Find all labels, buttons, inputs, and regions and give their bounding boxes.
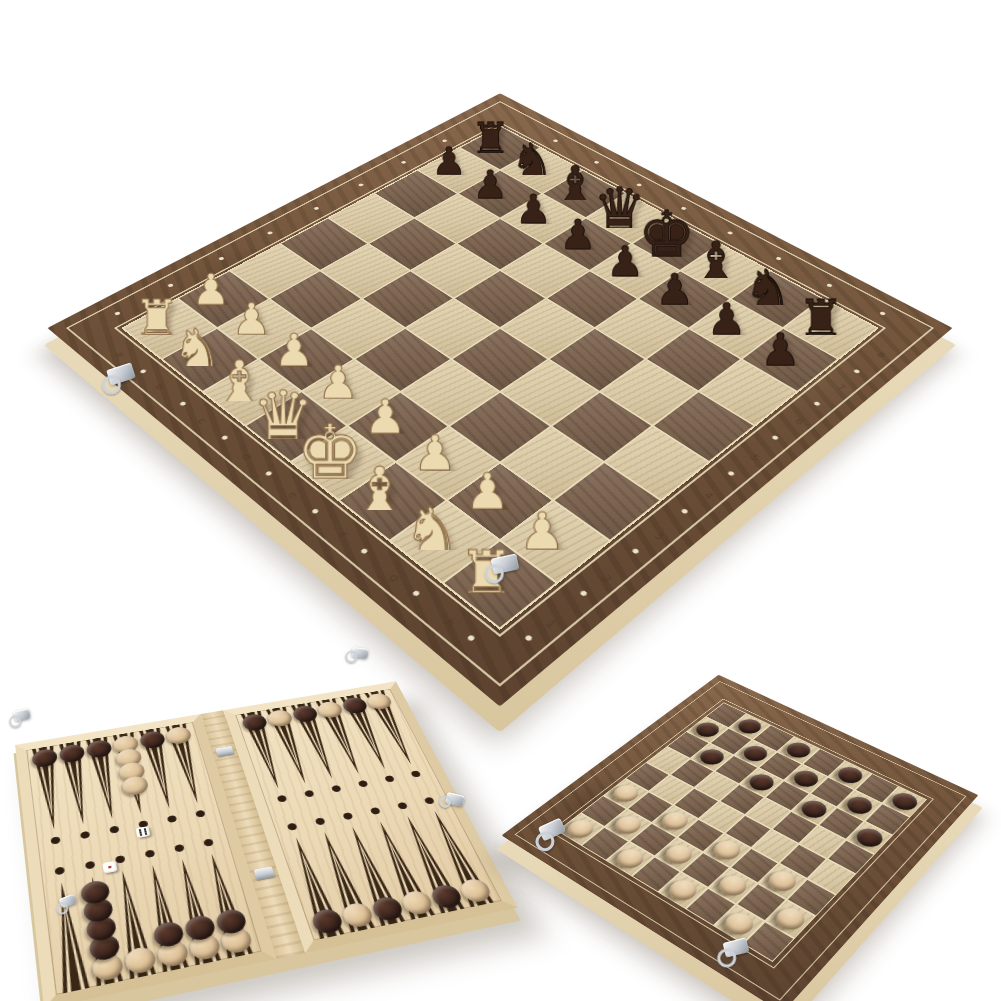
point-inlay-dot [384,775,395,783]
point-inlay-dot [370,807,381,815]
point-stripe [108,868,158,980]
point-inlay-dot [115,855,126,864]
point-inlay-dot [410,770,421,777]
checker-light [764,867,801,895]
point-stripe [339,824,407,926]
backgammon-checker-dark [151,920,185,949]
checker-light [709,837,745,863]
point-triangle [198,851,255,959]
point-core [311,830,377,933]
backgammon-point-bot [198,851,255,959]
checkers-square [759,864,806,899]
point-triangle [339,824,407,926]
die-pip [145,833,148,835]
point-triangle [395,814,467,914]
checkers-square [780,845,826,878]
backgammon-checker-dark [82,896,114,924]
point-core [108,868,158,980]
point-stripe [311,830,377,933]
point-triangle [108,868,158,980]
point-stripe [168,857,223,966]
point-stripe [139,862,191,972]
point-triangle [168,857,223,966]
point-inlay-dot [331,785,342,793]
point-stripe [78,874,126,987]
point-inlay-dot [203,838,214,847]
backgammon-checker-dark [79,879,110,906]
backgammon-point-bot [367,819,437,920]
point-triangle [367,819,437,920]
backgammon-checker-dark [87,933,120,963]
die-pip [138,829,141,831]
point-inlay-dot [55,866,65,875]
chess-piece-glyph: ♟ [760,328,801,373]
point-core [139,862,191,972]
backgammon-checker-light [187,932,222,962]
backgammon-point-bot [108,868,158,980]
point-core [339,824,407,926]
point-inlay-dot [304,790,315,798]
die-pip [144,830,147,832]
die-pip [144,828,147,830]
point-inlay-dot [424,797,436,805]
point-inlay-dot [174,844,185,853]
backgammon-checker-light [123,945,157,975]
checkers-square [731,849,777,883]
product-photo-page: { "game": "3-in-1 wooden folding game se… [0,0,1001,1001]
backgammon-checker-dark [428,883,465,910]
point-inlay-dot [287,823,298,831]
point-inlay-dot [138,820,148,828]
point-inlay-dot [85,861,96,870]
backgammon-checker-light [399,889,435,917]
point-inlay-dot [342,812,353,820]
point-stripe [395,814,467,914]
point-stripe [367,819,437,920]
backgammon-checker-light [155,939,189,969]
point-inlay-dot [109,825,119,833]
die-pip [108,866,111,869]
checkers-square [752,830,797,862]
point-inlay-dot [50,836,60,845]
point-core [367,819,437,920]
point-triangle [139,862,191,972]
backgammon-point-bot [339,824,407,926]
point-inlay-dot [315,817,326,825]
backgammon-point-bot [168,857,223,966]
checkers-square [726,816,771,847]
chess-piece-glyph: ♟ [519,506,566,558]
backgammon-checker-light [219,926,254,955]
point-stripe [198,851,255,959]
hinge-icon [215,746,234,757]
backgammon-checker-dark [183,914,217,943]
backgammon-checker-light [90,952,124,983]
point-triangle [78,874,126,987]
backgammon-top-right-hook [351,647,368,659]
point-core [395,814,467,914]
backgammon-box-3d [15,681,518,1001]
hinge-icon [253,866,275,880]
point-inlay-dot [145,849,156,858]
checkers-square [704,834,750,867]
chess-piece-glyph: ♟ [706,297,746,341]
backgammon-point-bot [78,874,126,987]
point-inlay-dot [277,795,288,803]
backgammon-point-bot [395,814,467,914]
backgammon-checker-light [339,901,375,929]
point-inlay-dot [167,815,178,823]
backgammon-checker-dark [369,895,405,923]
backgammon-checker-dark [85,914,117,943]
backgammon-point-bot [139,862,191,972]
point-core [78,874,126,987]
backgammon-checker-dark [309,907,345,936]
die-pip [139,831,142,833]
chess-piece-black-pawn: ♟ [747,317,814,384]
die-showing-6 [135,826,150,838]
point-inlay-dot [80,831,90,839]
point-inlay-dot [195,810,206,818]
die-pip [139,834,142,836]
die-showing-1 [102,861,117,874]
backgammon-point-bot [311,830,377,933]
point-inlay-dot [358,780,369,788]
point-core [198,851,255,959]
backgammon-checker-dark [214,907,248,936]
point-triangle [311,830,377,933]
point-core [168,857,223,966]
point-inlay-dot [397,802,408,810]
